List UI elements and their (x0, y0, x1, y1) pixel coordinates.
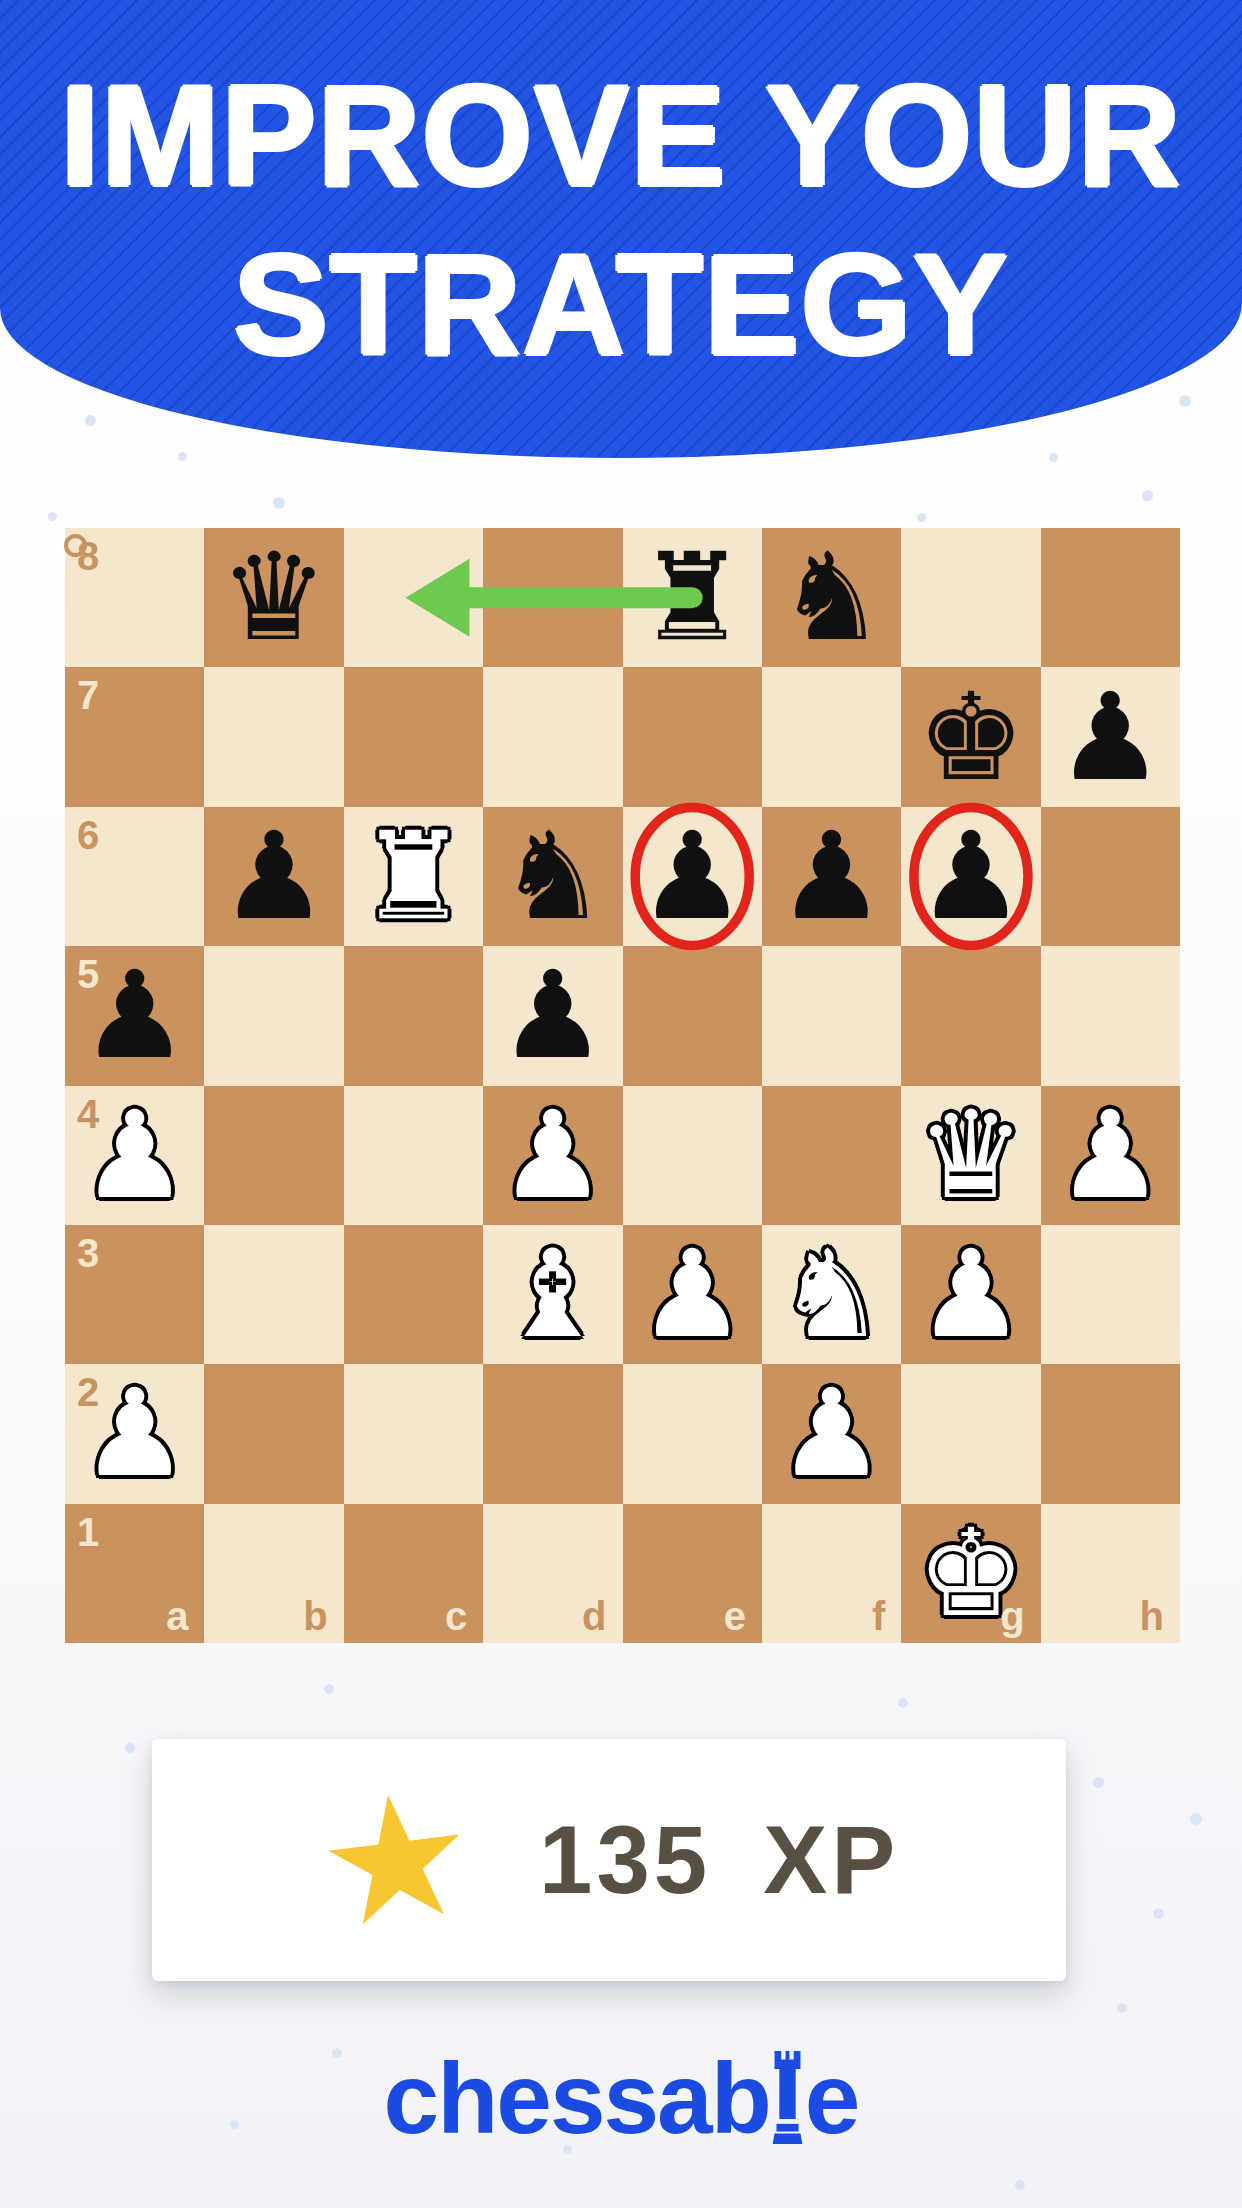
square-b2[interactable] (204, 1364, 343, 1503)
square-f5[interactable] (762, 946, 901, 1085)
logo-text-post: e (805, 2052, 859, 2144)
square-g4[interactable]: ♛ (901, 1086, 1040, 1225)
piece-black-queen: ♛ (220, 528, 328, 667)
square-a5[interactable]: ♟5 (65, 946, 204, 1085)
chessable-logo: chessab e (0, 2048, 1242, 2144)
square-g3[interactable]: ♟ (901, 1225, 1040, 1364)
banner-title-line2: STRATEGY (233, 221, 1009, 390)
banner-title-line1: IMPROVE YOUR (60, 52, 1182, 221)
piece-black-pawn: ♟ (1056, 668, 1164, 807)
square-b6[interactable]: ♟ (204, 807, 343, 946)
square-f2[interactable]: ♟ (762, 1364, 901, 1503)
square-h3[interactable] (1041, 1225, 1180, 1364)
square-g1[interactable]: ♚g (901, 1504, 1040, 1643)
xp-unit: XP (763, 1805, 899, 1915)
square-d4[interactable]: ♟ (483, 1086, 622, 1225)
square-a3[interactable]: 3 (65, 1225, 204, 1364)
coordinate-h: h (1140, 1594, 1164, 1639)
piece-black-knight: ♞ (499, 807, 607, 946)
speckle-dot (1117, 2003, 1127, 2013)
square-f4[interactable] (762, 1086, 901, 1225)
piece-white-queen: ♛ (917, 1086, 1025, 1225)
square-a2[interactable]: ♟2 (65, 1364, 204, 1503)
xp-value: 135 (539, 1805, 711, 1915)
square-b4[interactable] (204, 1086, 343, 1225)
square-h8[interactable] (1041, 528, 1180, 667)
logo-text-pre: chessab (384, 2052, 770, 2144)
coordinate-6: 6 (77, 813, 99, 858)
piece-black-pawn: ♟ (638, 807, 746, 946)
square-b1[interactable]: b (204, 1504, 343, 1643)
square-e6[interactable]: ♟ (623, 807, 762, 946)
coordinate-f: f (872, 1594, 885, 1639)
speckle-dot (178, 452, 187, 461)
square-h6[interactable] (1041, 807, 1180, 946)
square-f7[interactable] (762, 667, 901, 806)
square-a4[interactable]: ♟4 (65, 1086, 204, 1225)
square-h5[interactable] (1041, 946, 1180, 1085)
piece-black-rook: ♜ (638, 528, 746, 667)
banner: IMPROVE YOUR STRATEGY (0, 0, 1242, 458)
square-e4[interactable] (623, 1086, 762, 1225)
square-f3[interactable]: ♞ (762, 1225, 901, 1364)
square-f6[interactable]: ♟ (762, 807, 901, 946)
square-c3[interactable] (344, 1225, 483, 1364)
square-f1[interactable]: f (762, 1504, 901, 1643)
speckle-dot (273, 497, 285, 509)
square-c1[interactable]: c (344, 1504, 483, 1643)
speckle-dot (324, 1684, 334, 1694)
piece-white-rook: ♜ (359, 807, 467, 946)
coordinate-2: 2 (77, 1370, 99, 1415)
square-b7[interactable] (204, 667, 343, 806)
coordinate-b: b (303, 1594, 327, 1639)
square-g5[interactable] (901, 946, 1040, 1085)
square-h1[interactable]: h (1041, 1504, 1180, 1643)
coordinate-3: 3 (77, 1231, 99, 1276)
coordinate-c: c (445, 1594, 467, 1639)
square-d7[interactable] (483, 667, 622, 806)
square-g2[interactable] (901, 1364, 1040, 1503)
speckle-dot (125, 1743, 135, 1753)
piece-white-bishop: ♝ (499, 1225, 607, 1364)
piece-black-king: ♚ (917, 668, 1025, 807)
speckle-dot (48, 512, 57, 521)
square-e1[interactable]: e (623, 1504, 762, 1643)
square-d3[interactable]: ♝ (483, 1225, 622, 1364)
square-h4[interactable]: ♟ (1041, 1086, 1180, 1225)
square-b3[interactable] (204, 1225, 343, 1364)
square-c6[interactable]: ♜ (344, 807, 483, 946)
piece-white-pawn: ♟ (499, 1086, 607, 1225)
star-icon: ★ (309, 1765, 483, 1955)
piece-white-pawn: ♟ (1056, 1086, 1164, 1225)
speckle-dot (1142, 490, 1153, 501)
square-b5[interactable] (204, 946, 343, 1085)
speckle-dot (1015, 2180, 1025, 2190)
square-g7[interactable]: ♚ (901, 667, 1040, 806)
piece-black-pawn: ♟ (917, 807, 1025, 946)
square-c2[interactable] (344, 1364, 483, 1503)
speckle-dot (85, 415, 96, 426)
coordinate-1: 1 (77, 1510, 99, 1555)
page: { "game": "chess", "position": "1q2rn2/6… (0, 0, 1242, 2208)
piece-black-pawn: ♟ (777, 807, 885, 946)
square-g6[interactable]: ♟ (901, 807, 1040, 946)
piece-white-pawn: ♟ (777, 1364, 885, 1503)
square-e3[interactable]: ♟ (623, 1225, 762, 1364)
square-h7[interactable]: ♟ (1041, 667, 1180, 806)
speckle-dot (1153, 1908, 1164, 1919)
chess-board: 8♛♜♞7♚♟6♟♜♞♟♟♟♟5♟♟4♟♛♟3♝♟♞♟♟2♟1abcdef♚gh (65, 528, 1180, 1643)
square-e7[interactable] (623, 667, 762, 806)
coordinate-7: 7 (77, 673, 99, 718)
piece-white-pawn: ♟ (917, 1225, 1025, 1364)
square-e5[interactable] (623, 946, 762, 1085)
speckle-dot (898, 1698, 908, 1708)
square-c4[interactable] (344, 1086, 483, 1225)
speckle-ring (64, 534, 87, 557)
square-b8[interactable]: ♛ (204, 528, 343, 667)
piece-black-pawn: ♟ (499, 946, 607, 1085)
piece-black-pawn: ♟ (220, 807, 328, 946)
square-h2[interactable] (1041, 1364, 1180, 1503)
square-g8[interactable] (901, 528, 1040, 667)
coordinate-4: 4 (77, 1092, 99, 1137)
square-d5[interactable]: ♟ (483, 946, 622, 1085)
square-c8[interactable] (344, 528, 483, 667)
piece-white-pawn: ♟ (638, 1225, 746, 1364)
square-d1[interactable]: d (483, 1504, 622, 1643)
square-f8[interactable]: ♞ (762, 528, 901, 667)
square-d6[interactable]: ♞ (483, 807, 622, 946)
square-e2[interactable] (623, 1364, 762, 1503)
square-d8[interactable] (483, 528, 622, 667)
piece-black-knight: ♞ (777, 528, 885, 667)
square-a1[interactable]: 1a (65, 1504, 204, 1643)
speckle-dot (1049, 453, 1058, 462)
speckle-dot (1093, 1777, 1104, 1788)
speckle-dot (917, 513, 926, 522)
square-c5[interactable] (344, 946, 483, 1085)
speckle-dot (1190, 1813, 1202, 1825)
coordinate-e: e (724, 1594, 746, 1639)
square-e8[interactable]: ♜ (623, 528, 762, 667)
coordinate-5: 5 (77, 952, 99, 997)
coordinate-d: d (582, 1594, 606, 1639)
xp-text: 135 XP (539, 1805, 899, 1915)
piece-white-knight: ♞ (777, 1225, 885, 1364)
square-a7[interactable]: 7 (65, 667, 204, 806)
square-a6[interactable]: 6 (65, 807, 204, 946)
square-c7[interactable] (344, 667, 483, 806)
speckle-dot (1179, 395, 1191, 407)
rook-letter-icon (772, 2048, 803, 2144)
coordinate-a: a (166, 1594, 188, 1639)
coordinate-g: g (1000, 1594, 1024, 1639)
xp-card: ★ 135 XP (152, 1739, 1066, 1981)
square-d2[interactable] (483, 1364, 622, 1503)
